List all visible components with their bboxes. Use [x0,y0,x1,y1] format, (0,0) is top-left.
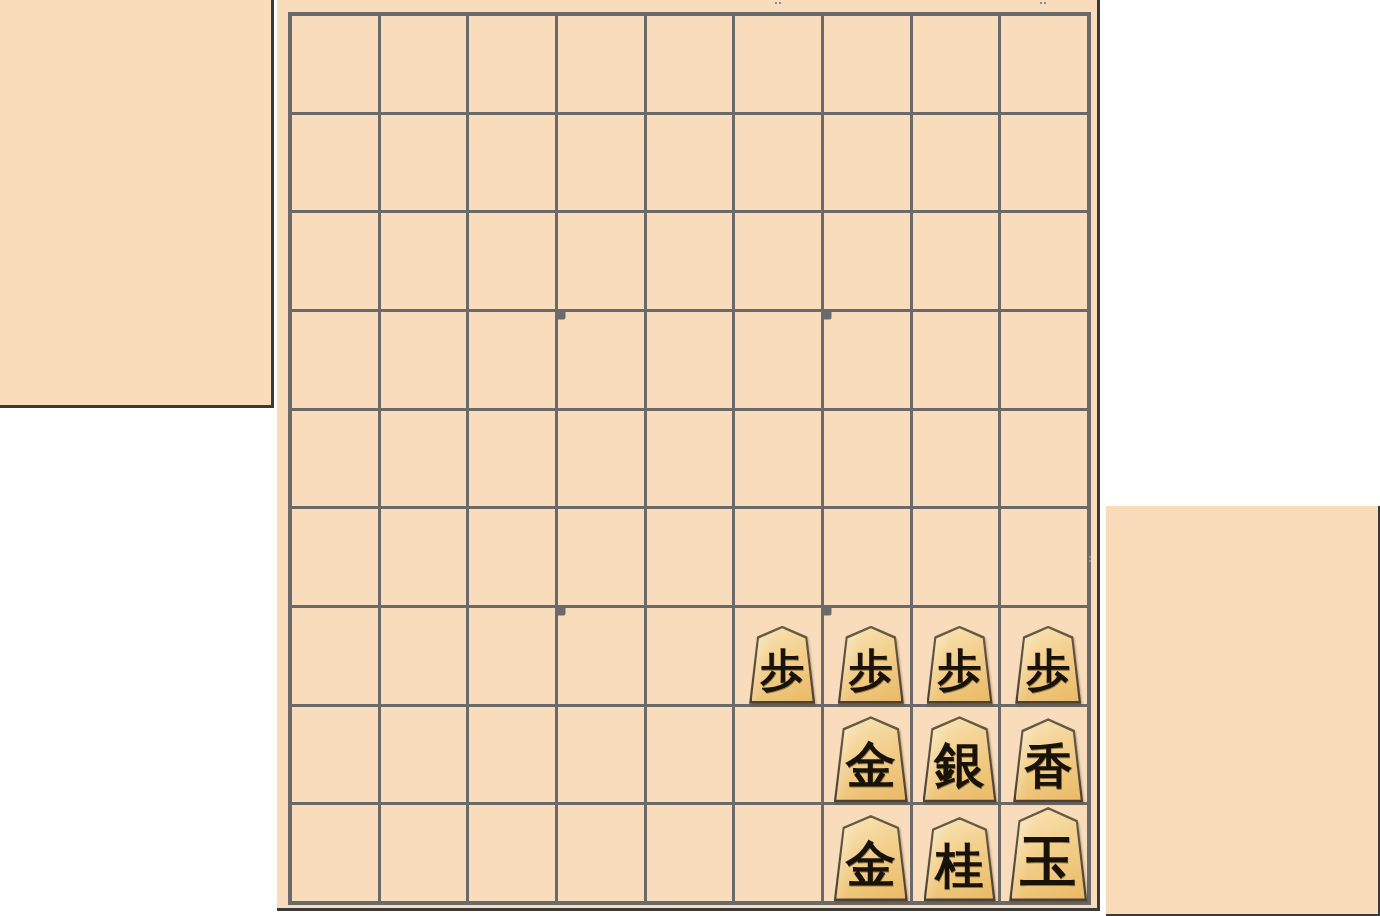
board-square[interactable] [735,509,821,605]
star-point [822,310,831,319]
board-square[interactable] [735,213,821,309]
board-square[interactable] [913,509,999,605]
shogi-diagram: 歩歩歩歩金銀香金桂玉 [0,0,1380,916]
board-square[interactable] [381,805,467,901]
board-square[interactable] [292,411,378,507]
board-square[interactable] [469,805,555,901]
board-square[interactable] [292,509,378,605]
board-square[interactable] [913,312,999,408]
board-square[interactable] [558,411,644,507]
board-square[interactable] [381,115,467,211]
board-square[interactable] [292,115,378,211]
piece-kanji-label: 桂 [924,841,996,889]
piece-kanji-label: 歩 [749,648,815,692]
piece-kanji-label: 金 [834,740,908,790]
board-square[interactable] [913,115,999,211]
star-point [556,310,565,319]
board-square[interactable] [647,608,733,704]
board-square[interactable] [647,115,733,211]
board-square[interactable] [469,115,555,211]
board-square[interactable] [735,115,821,211]
board-square[interactable] [913,213,999,309]
shogi-piece-pawn[interactable]: 歩 [838,626,904,704]
board-square[interactable] [292,16,378,112]
board-square[interactable] [913,16,999,112]
board-square[interactable] [381,213,467,309]
board-square[interactable] [558,213,644,309]
board-square[interactable] [558,312,644,408]
piece-kanji-label: 歩 [927,648,993,692]
piece-kanji-label: 銀 [923,740,997,790]
board-square[interactable] [735,312,821,408]
gote-hand-tray[interactable] [0,0,274,408]
board-square[interactable] [381,707,467,803]
board-square[interactable] [469,509,555,605]
board-square[interactable] [1001,411,1087,507]
board-square[interactable] [1001,213,1087,309]
board-square[interactable] [1001,509,1087,605]
board-square[interactable] [469,411,555,507]
board-square[interactable] [1001,16,1087,112]
piece-kanji-label: 金 [834,839,908,889]
board-square[interactable] [824,213,910,309]
board-square[interactable] [647,411,733,507]
star-point [822,606,831,615]
board-square[interactable] [824,509,910,605]
piece-kanji-label: 香 [1013,742,1083,790]
board-square[interactable] [469,312,555,408]
clipped-mark-dots [1040,2,1046,4]
board-square[interactable] [292,312,378,408]
board-square[interactable] [647,707,733,803]
board-square[interactable] [292,608,378,704]
board-square[interactable] [381,411,467,507]
board-square[interactable] [381,608,467,704]
board-square[interactable] [824,16,910,112]
board-square[interactable] [558,115,644,211]
piece-kanji-label: 歩 [838,648,904,692]
board-square[interactable] [558,805,644,901]
board-square[interactable] [292,707,378,803]
shogi-piece-pawn[interactable]: 歩 [749,626,815,704]
board-square[interactable] [647,312,733,408]
shogi-piece-king[interactable]: 玉 [1009,807,1087,901]
board-square[interactable] [292,213,378,309]
board-square[interactable] [1001,312,1087,408]
board-square[interactable] [824,115,910,211]
board-square[interactable] [735,707,821,803]
board-square[interactable] [381,16,467,112]
sente-hand-tray[interactable] [1106,506,1380,916]
shogi-piece-knight[interactable]: 桂 [924,817,996,901]
board-square[interactable] [735,16,821,112]
shogi-piece-gold[interactable]: 金 [834,716,908,802]
piece-kanji-label: 玉 [1009,833,1087,889]
board-square[interactable] [824,312,910,408]
clipped-mark-dots [775,2,781,4]
board-square[interactable] [381,312,467,408]
shogi-board: 歩歩歩歩金銀香金桂玉 [277,0,1100,911]
board-square[interactable] [1001,115,1087,211]
board-square[interactable] [469,16,555,112]
board-square[interactable] [469,213,555,309]
board-square[interactable] [647,16,733,112]
board-square[interactable] [469,707,555,803]
shogi-piece-gold[interactable]: 金 [834,815,908,901]
board-square[interactable] [558,509,644,605]
board-square[interactable] [647,213,733,309]
board-square[interactable] [292,805,378,901]
shogi-piece-pawn[interactable]: 歩 [927,626,993,704]
piece-kanji-label: 歩 [1015,648,1081,692]
shogi-piece-pawn[interactable]: 歩 [1015,626,1081,704]
board-square[interactable] [558,16,644,112]
board-square[interactable] [469,608,555,704]
board-square[interactable] [558,707,644,803]
board-square[interactable] [381,509,467,605]
clipped-mark-dots [1089,556,1091,562]
board-square[interactable] [913,411,999,507]
board-square[interactable] [824,411,910,507]
board-grid: 歩歩歩歩金銀香金桂玉 [288,12,1091,905]
board-square[interactable] [558,608,644,704]
shogi-piece-lance[interactable]: 香 [1013,718,1083,802]
shogi-piece-silver[interactable]: 銀 [923,716,997,802]
board-square[interactable] [647,509,733,605]
star-point [556,606,565,615]
board-square[interactable] [735,411,821,507]
board-square[interactable] [647,805,733,901]
board-square[interactable] [735,805,821,901]
